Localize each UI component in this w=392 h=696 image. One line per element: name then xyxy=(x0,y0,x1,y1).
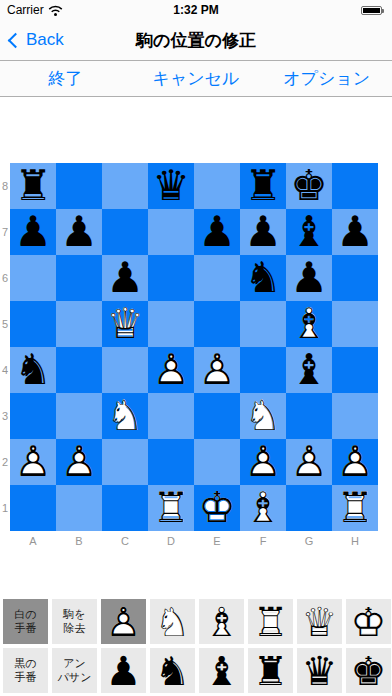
palette-button-label: 手番 xyxy=(15,671,37,685)
square-f8[interactable]: ♜ xyxy=(240,163,286,209)
square-b1[interactable] xyxy=(56,485,102,531)
square-f1[interactable]: ♝♗ xyxy=(240,485,286,531)
square-a5[interactable] xyxy=(10,301,56,347)
square-f3[interactable]: ♞♘ xyxy=(240,393,286,439)
white-rook: ♜♖ xyxy=(248,599,293,644)
square-g2[interactable]: ♟♙ xyxy=(286,439,332,485)
square-a4[interactable]: ♞ xyxy=(10,347,56,393)
status-right xyxy=(361,6,385,15)
square-a2[interactable]: ♟♙ xyxy=(10,439,56,485)
file-label-b: B xyxy=(56,531,102,547)
square-b5[interactable] xyxy=(56,301,102,347)
white-queen: ♛♕ xyxy=(297,599,342,644)
white-pawn: ♟♙ xyxy=(240,439,286,485)
square-h1[interactable]: ♜♖ xyxy=(332,485,378,531)
square-f2[interactable]: ♟♙ xyxy=(240,439,286,485)
palette-button-label: 除去 xyxy=(64,622,86,636)
file-label-a: A xyxy=(10,531,56,547)
white-pawn: ♟♙ xyxy=(332,439,378,485)
square-h2[interactable]: ♟♙ xyxy=(332,439,378,485)
square-e8[interactable] xyxy=(194,163,240,209)
rank-label-8: 8 xyxy=(0,163,10,209)
black-pawn: ♟ xyxy=(194,209,240,255)
chess-board: ♜♛♜♚♟♟♟♟♝♟♟♞♟♛♕♝♗♞♟♙♟♙♝♞♘♞♘♟♙♟♙♟♙♟♙♟♙♜♖♚… xyxy=(10,163,378,531)
black-queen: ♛ xyxy=(297,648,342,693)
square-b2[interactable]: ♟♙ xyxy=(56,439,102,485)
file-label-g: G xyxy=(286,531,332,547)
square-c5[interactable]: ♛♕ xyxy=(102,301,148,347)
square-d2[interactable] xyxy=(148,439,194,485)
square-f4[interactable] xyxy=(240,347,286,393)
status-left: Carrier xyxy=(7,3,63,17)
status-bar: Carrier 1:32 PM xyxy=(0,0,392,20)
carrier-label: Carrier xyxy=(7,3,44,17)
square-c7[interactable] xyxy=(102,209,148,255)
palette-black-to-move-button[interactable]: 黒の手番 xyxy=(3,648,48,693)
square-f7[interactable]: ♟ xyxy=(240,209,286,255)
palette-black-knight[interactable]: ♞ xyxy=(150,648,195,693)
palette-white-bishop[interactable]: ♝♗ xyxy=(199,599,244,644)
app-screen: Carrier 1:32 PM Back 駒の位置の修正 終了 キャンセル オプ… xyxy=(0,0,392,696)
palette-en-passant-button[interactable]: アンパサン xyxy=(52,648,97,693)
black-pawn: ♟ xyxy=(10,209,56,255)
palette-button-label: パサン xyxy=(58,671,92,685)
square-b8[interactable] xyxy=(56,163,102,209)
palette-black-pawn[interactable]: ♟ xyxy=(101,648,146,693)
wifi-icon xyxy=(48,5,63,16)
square-b6[interactable] xyxy=(56,255,102,301)
rank-label-6: 6 xyxy=(0,255,10,301)
palette-button-label: アン xyxy=(63,657,86,671)
square-e5[interactable] xyxy=(194,301,240,347)
palette-button-label: 黒の xyxy=(14,657,36,671)
back-chevron-icon xyxy=(8,32,24,48)
square-e2[interactable] xyxy=(194,439,240,485)
square-d8[interactable]: ♛ xyxy=(148,163,194,209)
navigation-bar: Back 駒の位置の修正 xyxy=(0,20,392,61)
white-pawn: ♟♙ xyxy=(194,347,240,393)
rank-labels: 87654321 xyxy=(0,163,10,531)
white-pawn: ♟♙ xyxy=(56,439,102,485)
back-button[interactable]: Back xyxy=(8,30,64,50)
black-pawn: ♟ xyxy=(286,255,332,301)
white-pawn: ♟♙ xyxy=(286,439,332,485)
square-h7[interactable]: ♟ xyxy=(332,209,378,255)
square-c8[interactable] xyxy=(102,163,148,209)
square-e1[interactable]: ♚♔ xyxy=(194,485,240,531)
square-c3[interactable]: ♞♘ xyxy=(102,393,148,439)
square-h8[interactable] xyxy=(332,163,378,209)
rank-label-4: 4 xyxy=(0,347,10,393)
black-pawn: ♟ xyxy=(240,209,286,255)
black-knight: ♞ xyxy=(240,255,286,301)
file-labels: ABCDEFGH xyxy=(10,531,378,547)
palette-black-bishop[interactable]: ♝ xyxy=(199,648,244,693)
square-f5[interactable] xyxy=(240,301,286,347)
rank-label-1: 1 xyxy=(0,485,10,531)
white-king: ♚♔ xyxy=(346,599,391,644)
palette-button-label: 手番 xyxy=(15,622,37,636)
square-b4[interactable] xyxy=(56,347,102,393)
white-bishop: ♝♗ xyxy=(240,485,286,531)
square-d6[interactable] xyxy=(148,255,194,301)
white-bishop: ♝♗ xyxy=(199,599,244,644)
file-label-d: D xyxy=(148,531,194,547)
rank-label-3: 3 xyxy=(0,393,10,439)
file-label-h: H xyxy=(332,531,378,547)
file-label-f: F xyxy=(240,531,286,547)
white-bishop: ♝♗ xyxy=(286,301,332,347)
palette-black-rook[interactable]: ♜ xyxy=(248,648,293,693)
rank-label-7: 7 xyxy=(0,209,10,255)
square-a6[interactable] xyxy=(10,255,56,301)
square-c2[interactable] xyxy=(102,439,148,485)
palette-remove-piece-button[interactable]: 駒を除去 xyxy=(52,599,97,644)
square-a3[interactable] xyxy=(10,393,56,439)
square-a1[interactable] xyxy=(10,485,56,531)
white-knight: ♞♘ xyxy=(102,393,148,439)
palette-white-to-move-button[interactable]: 白の手番 xyxy=(3,599,48,644)
square-a8[interactable]: ♜ xyxy=(10,163,56,209)
square-b7[interactable]: ♟ xyxy=(56,209,102,255)
square-g8[interactable]: ♚ xyxy=(286,163,332,209)
white-pawn: ♟♙ xyxy=(148,347,194,393)
square-d5[interactable] xyxy=(148,301,194,347)
square-e7[interactable]: ♟ xyxy=(194,209,240,255)
palette-white-queen[interactable]: ♛♕ xyxy=(297,599,342,644)
palette-black-queen[interactable]: ♛ xyxy=(297,648,342,693)
square-c4[interactable] xyxy=(102,347,148,393)
black-king: ♚ xyxy=(286,163,332,209)
square-e3[interactable] xyxy=(194,393,240,439)
white-knight: ♞♘ xyxy=(240,393,286,439)
black-pawn: ♟ xyxy=(56,209,102,255)
black-pawn: ♟ xyxy=(102,255,148,301)
black-knight: ♞ xyxy=(10,347,56,393)
square-h5[interactable] xyxy=(332,301,378,347)
white-rook: ♜♖ xyxy=(148,485,194,531)
white-pawn: ♟♙ xyxy=(101,599,146,644)
black-rook: ♜ xyxy=(10,163,56,209)
black-rook: ♜ xyxy=(240,163,286,209)
square-g5[interactable]: ♝♗ xyxy=(286,301,332,347)
square-f6[interactable]: ♞ xyxy=(240,255,286,301)
black-knight: ♞ xyxy=(150,648,195,693)
square-h3[interactable] xyxy=(332,393,378,439)
black-pawn: ♟ xyxy=(332,209,378,255)
palette-black-king[interactable]: ♚ xyxy=(346,648,391,693)
palette-white-knight[interactable]: ♞♘ xyxy=(150,599,195,644)
file-label-c: C xyxy=(102,531,148,547)
square-g3[interactable] xyxy=(286,393,332,439)
square-a7[interactable]: ♟ xyxy=(10,209,56,255)
white-pawn: ♟♙ xyxy=(10,439,56,485)
palette-button-label: 駒を xyxy=(63,608,85,622)
square-d4[interactable]: ♟♙ xyxy=(148,347,194,393)
square-e4[interactable]: ♟♙ xyxy=(194,347,240,393)
palette-white-pawn[interactable]: ♟♙ xyxy=(101,599,146,644)
black-bishop: ♝ xyxy=(286,209,332,255)
square-g7[interactable]: ♝ xyxy=(286,209,332,255)
black-king: ♚ xyxy=(346,648,391,693)
white-king: ♚♔ xyxy=(194,485,240,531)
square-h6[interactable] xyxy=(332,255,378,301)
black-bishop: ♝ xyxy=(199,648,244,693)
rank-label-5: 5 xyxy=(0,301,10,347)
palette-white-rook[interactable]: ♜♖ xyxy=(248,599,293,644)
white-rook: ♜♖ xyxy=(332,485,378,531)
battery-icon xyxy=(361,6,382,15)
black-pawn: ♟ xyxy=(101,648,146,693)
square-c1[interactable] xyxy=(102,485,148,531)
square-d7[interactable] xyxy=(148,209,194,255)
cancel-button[interactable]: キャンセル xyxy=(131,61,262,96)
toolbar: 終了 キャンセル オプション xyxy=(0,61,392,97)
file-label-e: E xyxy=(194,531,240,547)
finish-button[interactable]: 終了 xyxy=(0,61,131,96)
palette-white-king[interactable]: ♚♔ xyxy=(346,599,391,644)
palette-button-label: 白の xyxy=(14,608,36,622)
options-button[interactable]: オプション xyxy=(261,61,392,96)
square-g1[interactable] xyxy=(286,485,332,531)
piece-palette: 白の手番駒を除去♟♙♞♘♝♗♜♖♛♕♚♔黒の手番アンパサン♟♞♝♜♛♚ xyxy=(3,599,391,693)
square-e6[interactable] xyxy=(194,255,240,301)
back-label: Back xyxy=(26,30,64,50)
black-bishop: ♝ xyxy=(286,347,332,393)
square-b3[interactable] xyxy=(56,393,102,439)
rank-label-2: 2 xyxy=(0,439,10,485)
square-g4[interactable]: ♝ xyxy=(286,347,332,393)
square-d1[interactable]: ♜♖ xyxy=(148,485,194,531)
square-d3[interactable] xyxy=(148,393,194,439)
black-rook: ♜ xyxy=(248,648,293,693)
white-knight: ♞♘ xyxy=(150,599,195,644)
square-g6[interactable]: ♟ xyxy=(286,255,332,301)
square-h4[interactable] xyxy=(332,347,378,393)
black-queen: ♛ xyxy=(148,163,194,209)
white-queen: ♛♕ xyxy=(102,301,148,347)
square-c6[interactable]: ♟ xyxy=(102,255,148,301)
